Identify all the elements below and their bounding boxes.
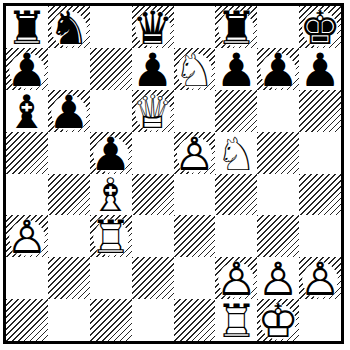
square-a7[interactable]: ♟: [6, 48, 48, 90]
square-h6[interactable]: [299, 90, 341, 132]
square-d3[interactable]: [132, 215, 174, 257]
white-pawn[interactable]: ♙: [174, 133, 216, 174]
square-g4[interactable]: [257, 174, 299, 216]
white-pawn[interactable]: ♙: [299, 258, 341, 299]
white-pawn[interactable]: ♙: [257, 258, 299, 299]
square-a5[interactable]: [6, 132, 48, 174]
square-a3[interactable]: ♙: [6, 215, 48, 257]
square-a8[interactable]: ♜: [6, 6, 48, 48]
white-bishop[interactable]: ♗: [90, 175, 132, 216]
square-e1[interactable]: [174, 299, 216, 341]
square-f5[interactable]: ♘: [215, 132, 257, 174]
square-h7[interactable]: ♟: [299, 48, 341, 90]
square-b2[interactable]: [48, 257, 90, 299]
square-g6[interactable]: [257, 90, 299, 132]
black-bishop[interactable]: ♝: [6, 91, 48, 132]
square-e3[interactable]: [174, 215, 216, 257]
black-king[interactable]: ♚: [299, 7, 341, 48]
black-pawn[interactable]: ♟: [215, 49, 257, 90]
square-c8[interactable]: [90, 6, 132, 48]
square-g8[interactable]: [257, 6, 299, 48]
square-a2[interactable]: [6, 257, 48, 299]
square-h3[interactable]: [299, 215, 341, 257]
square-g5[interactable]: [257, 132, 299, 174]
black-pawn[interactable]: ♟: [6, 49, 48, 90]
square-h1[interactable]: [299, 299, 341, 341]
square-g1[interactable]: ♔: [257, 299, 299, 341]
square-b5[interactable]: [48, 132, 90, 174]
square-f7[interactable]: ♟: [215, 48, 257, 90]
white-queen[interactable]: ♕: [132, 91, 174, 132]
black-pawn[interactable]: ♟: [257, 49, 299, 90]
square-e2[interactable]: [174, 257, 216, 299]
square-h4[interactable]: [299, 174, 341, 216]
square-d6[interactable]: ♕: [132, 90, 174, 132]
square-f1[interactable]: ♖: [215, 299, 257, 341]
black-pawn[interactable]: ♟: [132, 49, 174, 90]
chess-board: ♜♞♛♜♚♟♟♘♟♟♟♝♟♕♟♙♘♗♙♖♙♙♙♖♔: [6, 6, 341, 341]
square-g7[interactable]: ♟: [257, 48, 299, 90]
square-g3[interactable]: [257, 215, 299, 257]
square-c2[interactable]: [90, 257, 132, 299]
square-d7[interactable]: ♟: [132, 48, 174, 90]
square-c1[interactable]: [90, 299, 132, 341]
square-f6[interactable]: [215, 90, 257, 132]
square-b3[interactable]: [48, 215, 90, 257]
chess-diagram: ♜♞♛♜♚♟♟♘♟♟♟♝♟♕♟♙♘♗♙♖♙♙♙♖♔: [0, 0, 350, 350]
square-b1[interactable]: [48, 299, 90, 341]
white-pawn[interactable]: ♙: [215, 258, 257, 299]
square-d1[interactable]: [132, 299, 174, 341]
square-b7[interactable]: [48, 48, 90, 90]
square-b8[interactable]: ♞: [48, 6, 90, 48]
square-d5[interactable]: [132, 132, 174, 174]
white-king[interactable]: ♔: [257, 300, 299, 341]
square-e8[interactable]: [174, 6, 216, 48]
square-c6[interactable]: [90, 90, 132, 132]
square-h2[interactable]: ♙: [299, 257, 341, 299]
square-d2[interactable]: [132, 257, 174, 299]
square-d4[interactable]: [132, 174, 174, 216]
white-rook[interactable]: ♖: [215, 300, 257, 341]
board-border: ♜♞♛♜♚♟♟♘♟♟♟♝♟♕♟♙♘♗♙♖♙♙♙♖♔: [3, 3, 344, 344]
square-d8[interactable]: ♛: [132, 6, 174, 48]
square-a4[interactable]: [6, 174, 48, 216]
square-f8[interactable]: ♜: [215, 6, 257, 48]
square-e7[interactable]: ♘: [174, 48, 216, 90]
square-h5[interactable]: [299, 132, 341, 174]
black-pawn[interactable]: ♟: [299, 49, 341, 90]
square-a6[interactable]: ♝: [6, 90, 48, 132]
square-b6[interactable]: ♟: [48, 90, 90, 132]
square-e4[interactable]: [174, 174, 216, 216]
black-knight[interactable]: ♞: [48, 7, 90, 48]
black-pawn[interactable]: ♟: [48, 91, 90, 132]
square-e6[interactable]: [174, 90, 216, 132]
square-c4[interactable]: ♗: [90, 174, 132, 216]
white-knight[interactable]: ♘: [174, 49, 216, 90]
square-b4[interactable]: [48, 174, 90, 216]
square-g2[interactable]: ♙: [257, 257, 299, 299]
square-a1[interactable]: [6, 299, 48, 341]
square-e5[interactable]: ♙: [174, 132, 216, 174]
square-c7[interactable]: [90, 48, 132, 90]
square-c3[interactable]: ♖: [90, 215, 132, 257]
white-rook[interactable]: ♖: [90, 216, 132, 257]
square-f2[interactable]: ♙: [215, 257, 257, 299]
black-rook[interactable]: ♜: [215, 7, 257, 48]
square-f4[interactable]: [215, 174, 257, 216]
black-queen[interactable]: ♛: [132, 7, 174, 48]
black-pawn[interactable]: ♟: [90, 133, 132, 174]
square-h8[interactable]: ♚: [299, 6, 341, 48]
square-c5[interactable]: ♟: [90, 132, 132, 174]
square-f3[interactable]: [215, 215, 257, 257]
black-rook[interactable]: ♜: [6, 7, 48, 48]
white-knight[interactable]: ♘: [215, 133, 257, 174]
white-pawn[interactable]: ♙: [6, 216, 48, 257]
